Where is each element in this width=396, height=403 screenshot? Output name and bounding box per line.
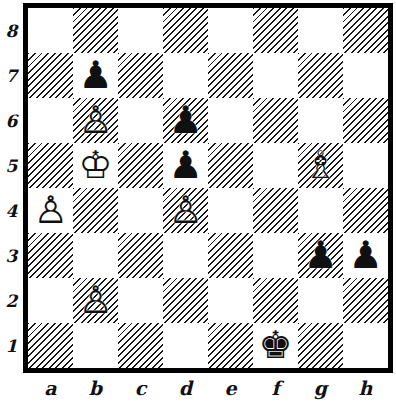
square-h3: ♟ [343,233,388,278]
square-d3 [163,233,208,278]
square-c1 [118,323,163,368]
piece-white-bishop: ♗ [303,143,337,188]
square-f1: ♚ [253,323,298,368]
square-h7 [343,53,388,98]
square-d7 [163,53,208,98]
rank-labels: 87654321 [0,8,23,368]
square-e8 [208,8,253,53]
square-g6 [298,98,343,143]
piece-black-king: ♚ [258,323,292,368]
square-f4 [253,188,298,233]
rank-label-5: 5 [0,143,23,188]
square-e2 [208,278,253,323]
rank-label-7: 7 [0,53,23,98]
square-g2 [298,278,343,323]
piece-black-pawn: ♟ [168,143,202,188]
square-h8 [343,8,388,53]
square-e5 [208,143,253,188]
square-g7 [298,53,343,98]
square-a7 [28,53,73,98]
file-label-e: e [208,375,253,401]
square-b4 [73,188,118,233]
square-b6: ♙ [73,98,118,143]
piece-white-king: ♔ [78,143,112,188]
file-labels: abcdefgh [28,375,388,401]
piece-black-pawn: ♟ [348,233,382,278]
square-f6 [253,98,298,143]
rank-label-1: 1 [0,323,23,368]
square-e6 [208,98,253,143]
square-c2 [118,278,163,323]
square-a3 [28,233,73,278]
square-a6 [28,98,73,143]
square-b8 [73,8,118,53]
rank-label-2: 2 [0,278,23,323]
square-h6 [343,98,388,143]
rank-label-3: 3 [0,233,23,278]
square-a5 [28,143,73,188]
square-h4 [343,188,388,233]
square-f2 [253,278,298,323]
square-f5 [253,143,298,188]
square-a2 [28,278,73,323]
square-d4: ♙ [163,188,208,233]
square-f7 [253,53,298,98]
piece-white-pawn: ♙ [33,188,67,233]
rank-label-6: 6 [0,98,23,143]
square-e4 [208,188,253,233]
file-label-c: c [118,375,163,401]
square-g1 [298,323,343,368]
square-b1 [73,323,118,368]
square-b2: ♙ [73,278,118,323]
square-f8 [253,8,298,53]
square-d1 [163,323,208,368]
square-c6 [118,98,163,143]
file-label-f: f [253,375,298,401]
file-label-h: h [343,375,388,401]
square-b5: ♔ [73,143,118,188]
square-g3: ♟ [298,233,343,278]
rank-label-8: 8 [0,8,23,53]
piece-black-pawn: ♟ [78,53,112,98]
file-label-b: b [73,375,118,401]
square-g5: ♗ [298,143,343,188]
square-d8 [163,8,208,53]
file-label-g: g [298,375,343,401]
square-e1 [208,323,253,368]
square-f3 [253,233,298,278]
square-c7 [118,53,163,98]
chess-diagram: 87654321 ♟♙♟♔♟♗♙♙♟♟♙♚ abcdefgh [0,0,396,403]
square-a4: ♙ [28,188,73,233]
rank-label-4: 4 [0,188,23,233]
square-c4 [118,188,163,233]
piece-white-pawn: ♙ [168,188,202,233]
square-g8 [298,8,343,53]
piece-white-pawn: ♙ [78,98,112,143]
square-b7: ♟ [73,53,118,98]
square-h2 [343,278,388,323]
square-a1 [28,323,73,368]
square-b3 [73,233,118,278]
chess-board: ♟♙♟♔♟♗♙♙♟♟♙♚ [23,3,393,373]
square-e3 [208,233,253,278]
piece-black-pawn: ♟ [168,98,202,143]
square-d5: ♟ [163,143,208,188]
piece-white-pawn: ♙ [78,278,112,323]
square-e7 [208,53,253,98]
square-d6: ♟ [163,98,208,143]
piece-black-pawn: ♟ [303,233,337,278]
square-a8 [28,8,73,53]
square-c5 [118,143,163,188]
square-h5 [343,143,388,188]
square-g4 [298,188,343,233]
square-c8 [118,8,163,53]
file-label-d: d [163,375,208,401]
square-d2 [163,278,208,323]
square-h1 [343,323,388,368]
file-label-a: a [28,375,73,401]
square-c3 [118,233,163,278]
